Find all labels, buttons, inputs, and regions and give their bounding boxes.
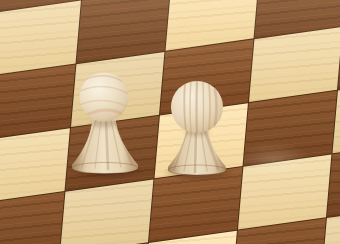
chessboard-photo (0, 0, 340, 244)
square-e6[interactable] (249, 26, 340, 101)
wooden-pawn-right[interactable] (158, 78, 234, 178)
wooden-pawn-left[interactable] (64, 64, 144, 176)
square-b4[interactable] (0, 192, 64, 244)
